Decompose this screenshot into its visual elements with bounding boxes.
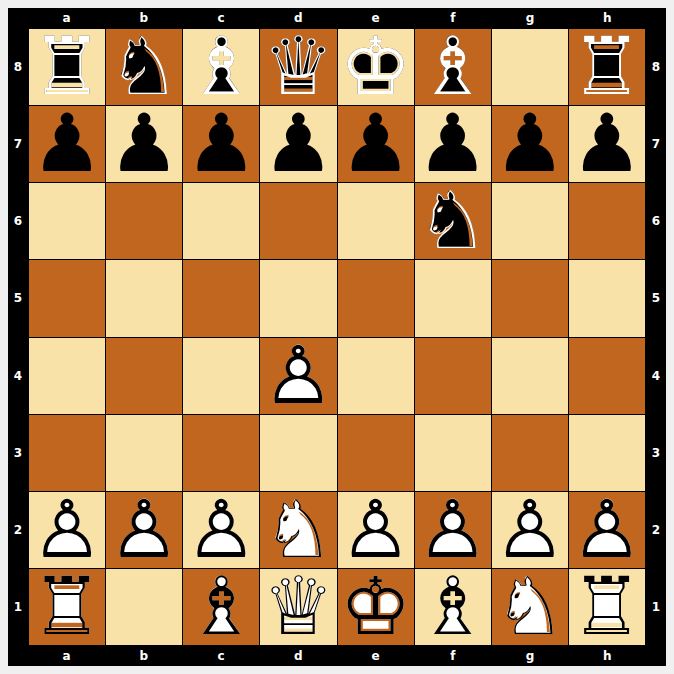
piece-glyph-fill: ♟ xyxy=(415,106,491,182)
square-a4[interactable] xyxy=(29,338,105,414)
white-bishop[interactable]: ♝♗ xyxy=(183,569,259,645)
square-b3[interactable] xyxy=(106,415,182,491)
black-rook[interactable]: ♜♖ xyxy=(569,29,645,105)
black-rook[interactable]: ♜♖ xyxy=(29,29,105,105)
rank-label-3: 3 xyxy=(8,414,28,491)
square-e2[interactable]: ♟♙ xyxy=(338,492,414,568)
piece-glyph-outline: ♙ xyxy=(106,492,182,568)
rank-label-5: 5 xyxy=(646,260,666,337)
square-c8[interactable]: ♝♗ xyxy=(183,29,259,105)
chess-board-frame: abcdefgh abcdefgh 87654321 87654321 ♜♖♞♘… xyxy=(8,8,666,666)
rank-label-6: 6 xyxy=(646,183,666,260)
square-a6[interactable] xyxy=(29,183,105,259)
square-g2[interactable]: ♟♙ xyxy=(492,492,568,568)
square-e1[interactable]: ♚♔ xyxy=(338,569,414,645)
piece-glyph-fill: ♟ xyxy=(492,106,568,182)
rank-label-1: 1 xyxy=(8,569,28,646)
square-a1[interactable]: ♜♖ xyxy=(29,569,105,645)
square-f1[interactable]: ♝♗ xyxy=(415,569,491,645)
piece-glyph-fill: ♟ xyxy=(338,106,414,182)
square-d1[interactable]: ♛♕ xyxy=(260,569,336,645)
square-g8[interactable] xyxy=(492,29,568,105)
piece-glyph-outline: ♙ xyxy=(338,492,414,568)
square-h6[interactable] xyxy=(569,183,645,259)
rank-label-7: 7 xyxy=(8,105,28,182)
square-h2[interactable]: ♟♙ xyxy=(569,492,645,568)
square-c4[interactable] xyxy=(183,338,259,414)
black-queen[interactable]: ♛♕ xyxy=(260,29,336,105)
rank-label-3: 3 xyxy=(646,414,666,491)
white-pawn[interactable]: ♟♙ xyxy=(415,492,491,568)
square-h4[interactable] xyxy=(569,338,645,414)
white-pawn[interactable]: ♟♙ xyxy=(569,492,645,568)
piece-glyph-outline: ♘ xyxy=(106,29,182,105)
square-d7[interactable]: ♟ xyxy=(260,106,336,182)
white-rook[interactable]: ♜♖ xyxy=(29,569,105,645)
piece-glyph-outline: ♕ xyxy=(260,569,336,645)
square-b1[interactable] xyxy=(106,569,182,645)
black-king[interactable]: ♚♔ xyxy=(338,29,414,105)
rank-label-8: 8 xyxy=(8,28,28,105)
square-c3[interactable] xyxy=(183,415,259,491)
piece-glyph-outline: ♙ xyxy=(183,492,259,568)
square-d2[interactable]: ♞♘ xyxy=(260,492,336,568)
square-c6[interactable] xyxy=(183,183,259,259)
white-knight[interactable]: ♞♘ xyxy=(260,492,336,568)
piece-glyph-outline: ♙ xyxy=(29,492,105,568)
square-e8[interactable]: ♚♔ xyxy=(338,29,414,105)
piece-glyph-outline: ♕ xyxy=(260,29,336,105)
square-d3[interactable] xyxy=(260,415,336,491)
piece-glyph-outline: ♙ xyxy=(492,492,568,568)
white-pawn[interactable]: ♟♙ xyxy=(492,492,568,568)
piece-glyph-fill: ♟ xyxy=(260,106,336,182)
rank-label-2: 2 xyxy=(8,492,28,569)
square-f2[interactable]: ♟♙ xyxy=(415,492,491,568)
square-c5[interactable] xyxy=(183,260,259,336)
black-bishop[interactable]: ♝♗ xyxy=(183,29,259,105)
square-b5[interactable] xyxy=(106,260,182,336)
black-pawn[interactable]: ♟ xyxy=(492,106,568,182)
square-e7[interactable]: ♟ xyxy=(338,106,414,182)
square-a8[interactable]: ♜♖ xyxy=(29,29,105,105)
square-f4[interactable] xyxy=(415,338,491,414)
black-knight[interactable]: ♞♘ xyxy=(415,183,491,259)
piece-glyph-outline: ♖ xyxy=(569,29,645,105)
black-pawn[interactable]: ♟ xyxy=(569,106,645,182)
square-e3[interactable] xyxy=(338,415,414,491)
square-e5[interactable] xyxy=(338,260,414,336)
piece-glyph-outline: ♘ xyxy=(492,569,568,645)
square-g4[interactable] xyxy=(492,338,568,414)
piece-glyph-outline: ♙ xyxy=(415,492,491,568)
square-g5[interactable] xyxy=(492,260,568,336)
square-d6[interactable] xyxy=(260,183,336,259)
rank-label-6: 6 xyxy=(8,183,28,260)
square-f6[interactable]: ♞♘ xyxy=(415,183,491,259)
square-d8[interactable]: ♛♕ xyxy=(260,29,336,105)
white-pawn[interactable]: ♟♙ xyxy=(106,492,182,568)
rank-label-5: 5 xyxy=(8,260,28,337)
rank-label-1: 1 xyxy=(646,569,666,646)
piece-glyph-outline: ♗ xyxy=(415,29,491,105)
white-pawn[interactable]: ♟♙ xyxy=(260,338,336,414)
square-h3[interactable] xyxy=(569,415,645,491)
square-d4[interactable]: ♟♙ xyxy=(260,338,336,414)
square-g3[interactable] xyxy=(492,415,568,491)
white-pawn[interactable]: ♟♙ xyxy=(183,492,259,568)
piece-glyph-outline: ♙ xyxy=(260,338,336,414)
square-c7[interactable]: ♟ xyxy=(183,106,259,182)
file-label-g: g xyxy=(492,8,569,28)
piece-glyph-outline: ♗ xyxy=(183,569,259,645)
square-d5[interactable] xyxy=(260,260,336,336)
piece-glyph-outline: ♔ xyxy=(338,29,414,105)
black-pawn[interactable]: ♟ xyxy=(415,106,491,182)
rank-label-4: 4 xyxy=(646,337,666,414)
piece-glyph-fill: ♟ xyxy=(29,106,105,182)
black-pawn[interactable]: ♟ xyxy=(183,106,259,182)
square-h8[interactable]: ♜♖ xyxy=(569,29,645,105)
piece-glyph-outline: ♔ xyxy=(338,569,414,645)
piece-glyph-fill: ♟ xyxy=(106,106,182,182)
rank-label-7: 7 xyxy=(646,105,666,182)
piece-glyph-fill: ♟ xyxy=(569,106,645,182)
piece-glyph-fill: ♟ xyxy=(183,106,259,182)
black-pawn[interactable]: ♟ xyxy=(260,106,336,182)
square-b6[interactable] xyxy=(106,183,182,259)
square-e4[interactable] xyxy=(338,338,414,414)
piece-glyph-outline: ♖ xyxy=(569,569,645,645)
square-h5[interactable] xyxy=(569,260,645,336)
black-pawn[interactable]: ♟ xyxy=(29,106,105,182)
piece-glyph-outline: ♙ xyxy=(569,492,645,568)
black-pawn[interactable]: ♟ xyxy=(106,106,182,182)
square-b8[interactable]: ♞♘ xyxy=(106,29,182,105)
square-f7[interactable]: ♟ xyxy=(415,106,491,182)
square-a2[interactable]: ♟♙ xyxy=(29,492,105,568)
square-a3[interactable] xyxy=(29,415,105,491)
square-g7[interactable]: ♟ xyxy=(492,106,568,182)
square-f3[interactable] xyxy=(415,415,491,491)
square-h7[interactable]: ♟ xyxy=(569,106,645,182)
rank-label-8: 8 xyxy=(646,28,666,105)
white-rook[interactable]: ♜♖ xyxy=(569,569,645,645)
piece-glyph-outline: ♘ xyxy=(415,183,491,259)
black-bishop[interactable]: ♝♗ xyxy=(415,29,491,105)
piece-glyph-outline: ♗ xyxy=(415,569,491,645)
square-f8[interactable]: ♝♗ xyxy=(415,29,491,105)
rank-label-4: 4 xyxy=(8,337,28,414)
piece-glyph-outline: ♘ xyxy=(260,492,336,568)
square-b4[interactable] xyxy=(106,338,182,414)
file-label-b: b xyxy=(105,646,182,666)
square-a5[interactable] xyxy=(29,260,105,336)
square-h1[interactable]: ♜♖ xyxy=(569,569,645,645)
white-king[interactable]: ♚♔ xyxy=(338,569,414,645)
square-g6[interactable] xyxy=(492,183,568,259)
square-c1[interactable]: ♝♗ xyxy=(183,569,259,645)
square-b7[interactable]: ♟ xyxy=(106,106,182,182)
square-c2[interactable]: ♟♙ xyxy=(183,492,259,568)
rank-label-2: 2 xyxy=(646,492,666,569)
black-knight[interactable]: ♞♘ xyxy=(106,29,182,105)
white-bishop[interactable]: ♝♗ xyxy=(415,569,491,645)
square-a7[interactable]: ♟ xyxy=(29,106,105,182)
rank-labels-left: 87654321 xyxy=(8,28,28,646)
piece-glyph-outline: ♗ xyxy=(183,29,259,105)
chess-board[interactable]: ♜♖♞♘♝♗♛♕♚♔♝♗♜♖♟♟♟♟♟♟♟♟♞♘♟♙♟♙♟♙♟♙♞♘♟♙♟♙♟♙… xyxy=(28,28,646,646)
piece-glyph-outline: ♖ xyxy=(29,29,105,105)
white-pawn[interactable]: ♟♙ xyxy=(29,492,105,568)
square-b2[interactable]: ♟♙ xyxy=(106,492,182,568)
white-queen[interactable]: ♛♕ xyxy=(260,569,336,645)
white-knight[interactable]: ♞♘ xyxy=(492,569,568,645)
piece-glyph-outline: ♖ xyxy=(29,569,105,645)
square-g1[interactable]: ♞♘ xyxy=(492,569,568,645)
square-f5[interactable] xyxy=(415,260,491,336)
rank-labels-right: 87654321 xyxy=(646,28,666,646)
black-pawn[interactable]: ♟ xyxy=(338,106,414,182)
white-pawn[interactable]: ♟♙ xyxy=(338,492,414,568)
square-e6[interactable] xyxy=(338,183,414,259)
